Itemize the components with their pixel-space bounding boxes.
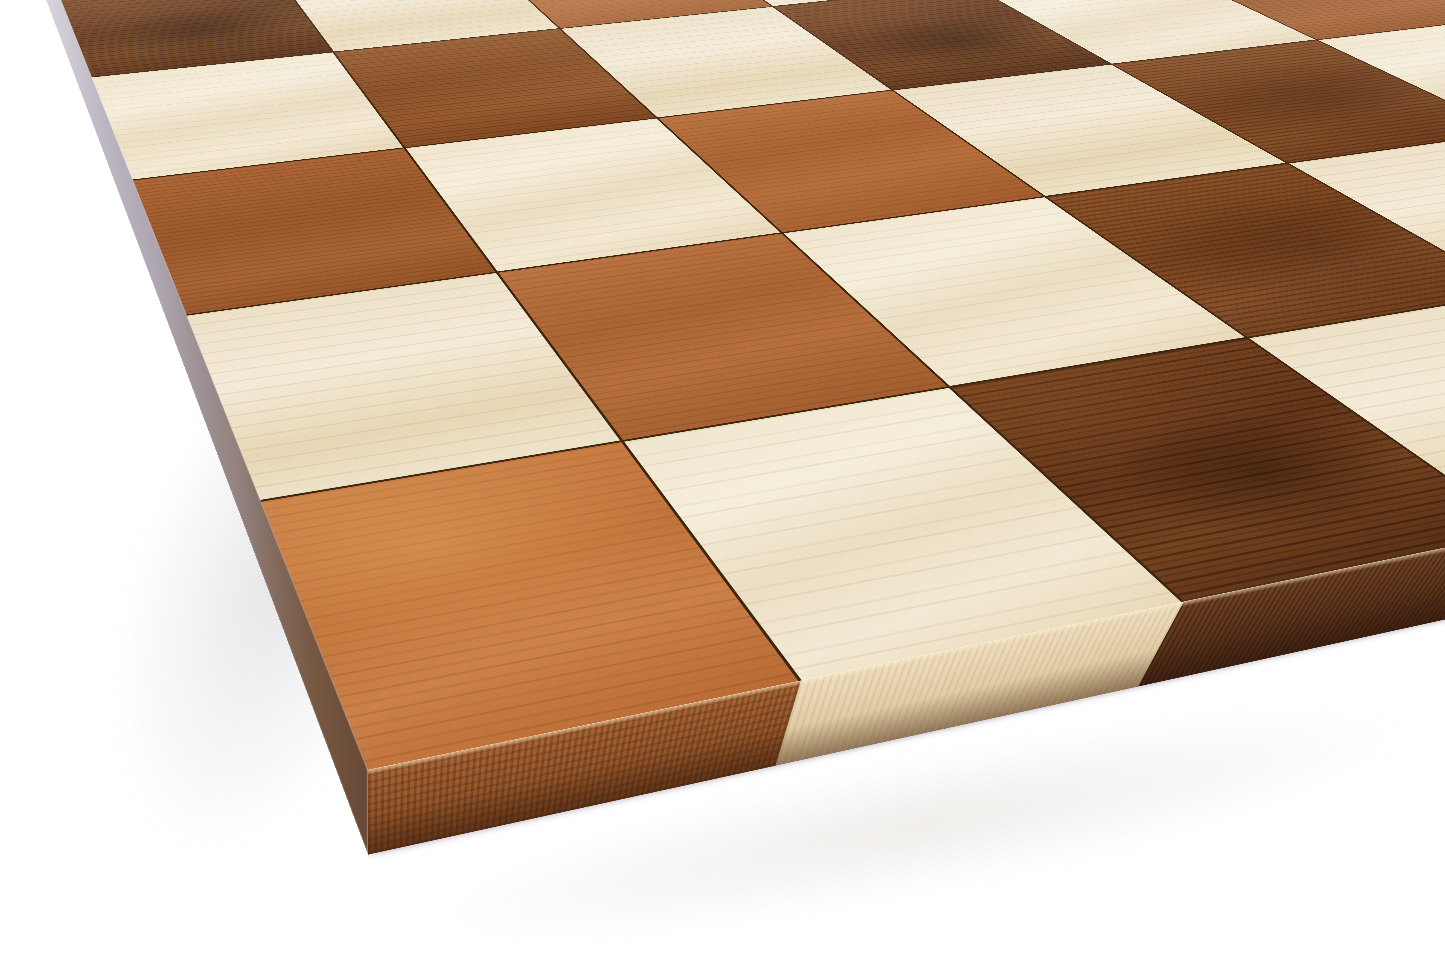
chessboard — [0, 0, 1445, 770]
scene — [0, 0, 1445, 963]
